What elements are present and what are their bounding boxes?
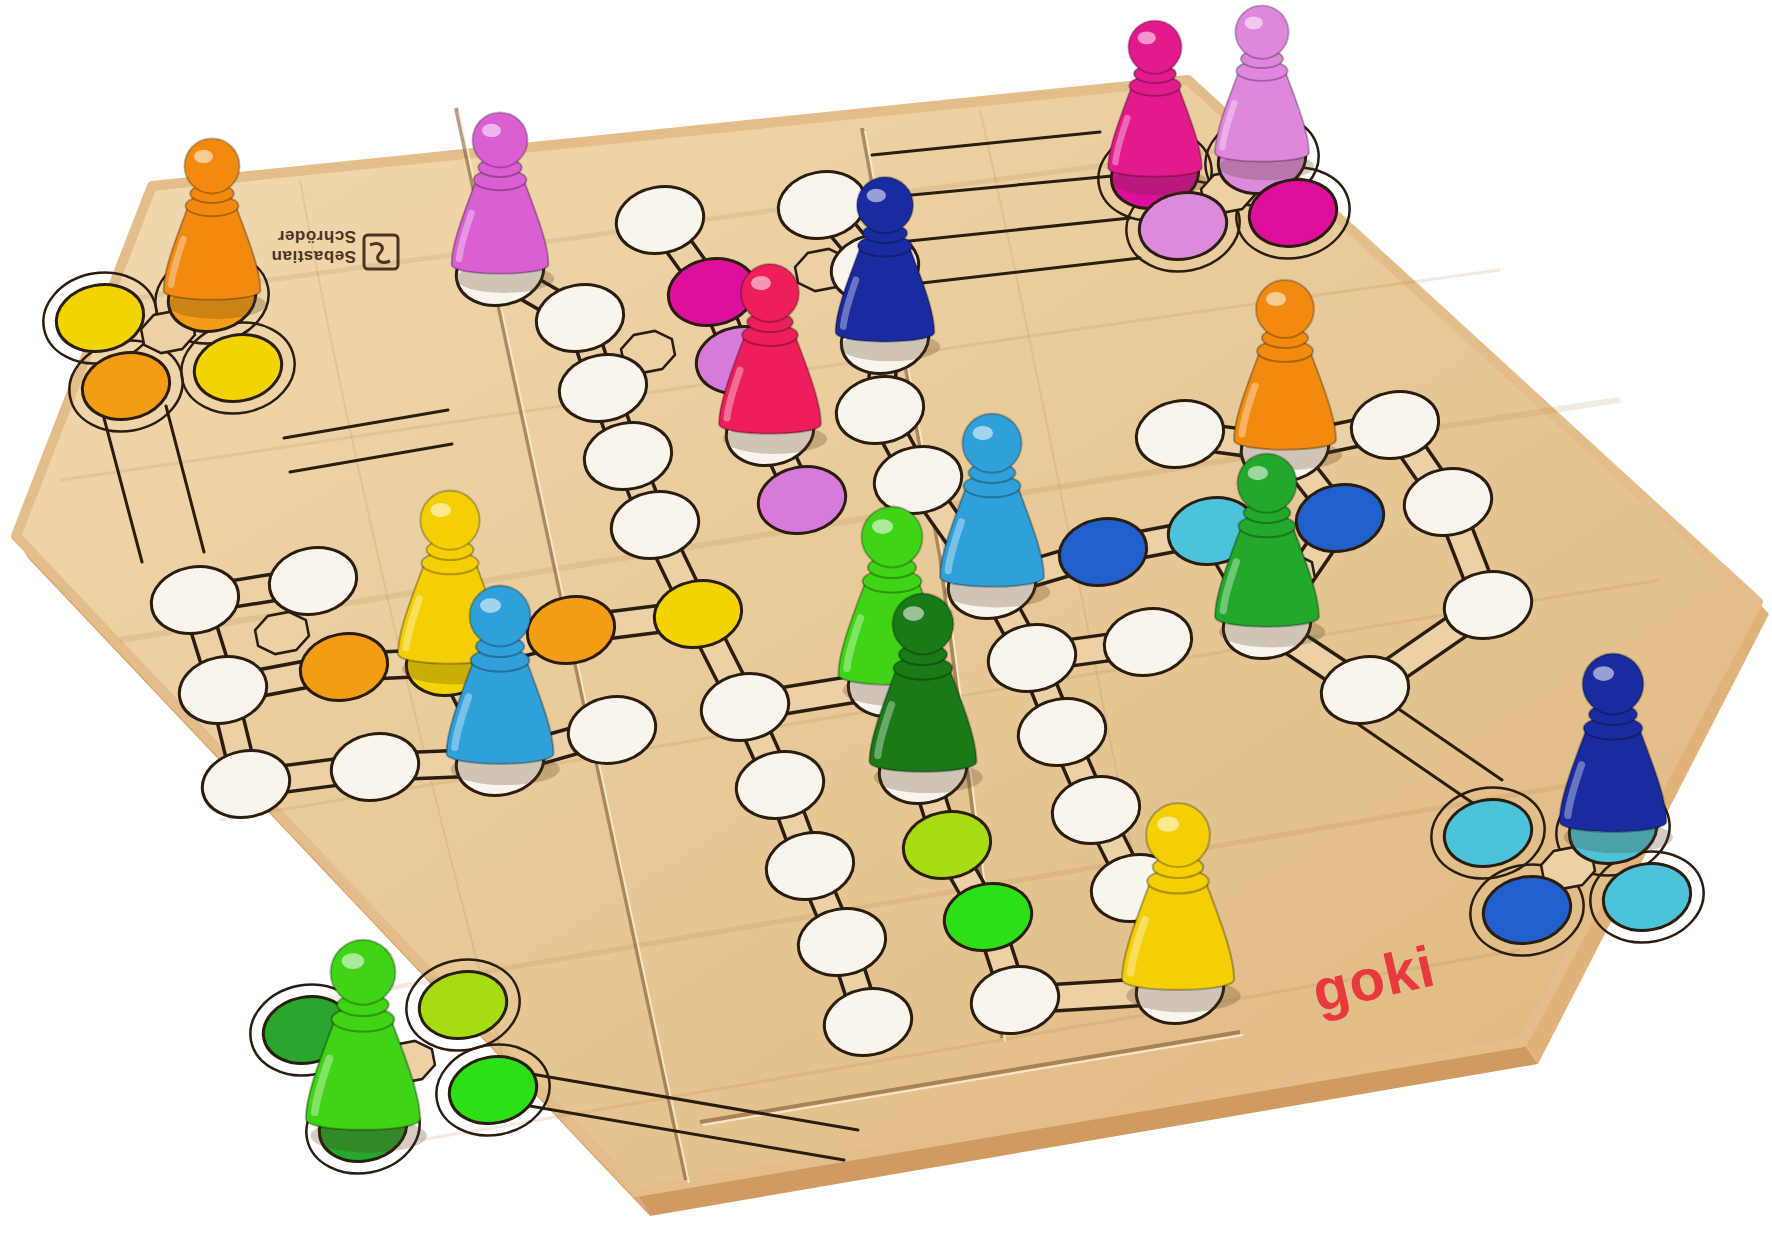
pawn-light_violet[interactable] bbox=[1215, 5, 1314, 180]
maker-name-line1: Sebastian bbox=[271, 247, 356, 266]
board-svg: Sebastian Schröder goki bbox=[0, 0, 1772, 1235]
maker-name-line2: Schröder bbox=[277, 227, 356, 246]
ludo-board-photo: Sebastian Schröder goki bbox=[0, 0, 1772, 1235]
